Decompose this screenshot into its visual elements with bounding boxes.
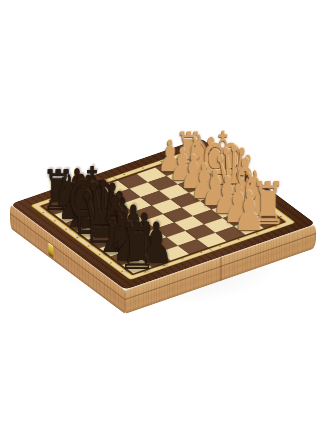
fold-seam-side <box>220 257 221 281</box>
chess-set-photo: ♜♞♝♛♚♝♞♜♟♟♟♟♟♟♟♟♟♟♟♟♟♟♟♟♜♞♝♛♚♝♞♜ <box>0 0 335 447</box>
